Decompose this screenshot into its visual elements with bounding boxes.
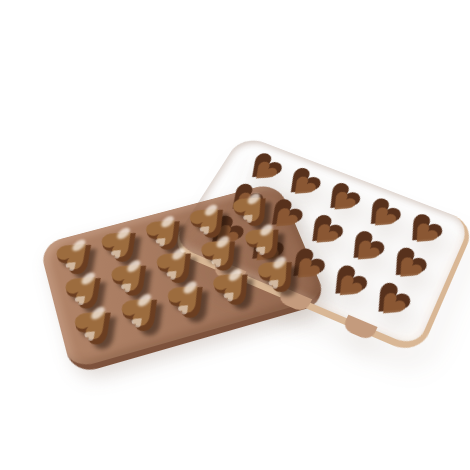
product-photo-canvas: ♥♥♥♥♥♥♥♥♥♥♥♥♥♥♥♥♥♥♥♥♥♥♥♥♥♥♥♥♥♥ ♥♥♥♥♥♥♥♥♥… <box>0 0 470 470</box>
